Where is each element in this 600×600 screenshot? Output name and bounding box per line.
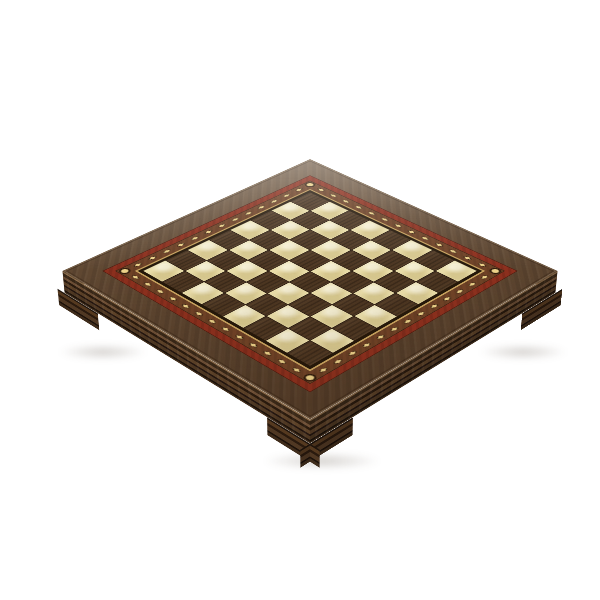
square-d4 xyxy=(290,271,331,292)
foot-shadow-near xyxy=(262,452,382,470)
square-e2 xyxy=(225,282,266,304)
chess-board xyxy=(63,159,558,419)
chessboard-scene xyxy=(135,96,485,446)
page-background: { "game": "chess", "scene_description": … xyxy=(0,0,600,600)
square-c3 xyxy=(289,293,331,315)
foot-shadow-right xyxy=(478,344,568,360)
